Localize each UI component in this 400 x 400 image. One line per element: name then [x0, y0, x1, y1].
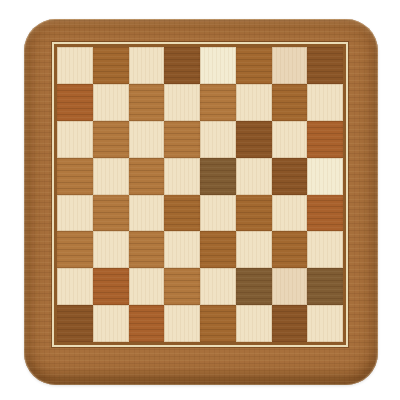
square-h3[interactable] — [307, 231, 343, 268]
square-g8[interactable] — [272, 47, 308, 84]
square-h8[interactable] — [307, 47, 343, 84]
square-g2[interactable] — [272, 268, 308, 305]
square-h7[interactable] — [307, 84, 343, 121]
square-e7[interactable] — [200, 84, 236, 121]
square-c6[interactable] — [129, 121, 165, 158]
square-c1[interactable] — [129, 305, 165, 342]
square-h5[interactable] — [307, 158, 343, 195]
board-squares-grid — [57, 47, 343, 342]
square-a8[interactable] — [57, 47, 93, 84]
square-a1[interactable] — [57, 305, 93, 342]
square-c7[interactable] — [129, 84, 165, 121]
square-g5[interactable] — [272, 158, 308, 195]
square-g1[interactable] — [272, 305, 308, 342]
square-c3[interactable] — [129, 231, 165, 268]
page-background — [0, 0, 400, 400]
square-d5[interactable] — [164, 158, 200, 195]
square-d7[interactable] — [164, 84, 200, 121]
square-g7[interactable] — [272, 84, 308, 121]
square-b2[interactable] — [93, 268, 129, 305]
square-c5[interactable] — [129, 158, 165, 195]
square-b4[interactable] — [93, 195, 129, 232]
square-h4[interactable] — [307, 195, 343, 232]
square-b5[interactable] — [93, 158, 129, 195]
square-e1[interactable] — [200, 305, 236, 342]
square-f8[interactable] — [236, 47, 272, 84]
square-d8[interactable] — [164, 47, 200, 84]
square-g4[interactable] — [272, 195, 308, 232]
square-d6[interactable] — [164, 121, 200, 158]
square-b3[interactable] — [93, 231, 129, 268]
square-e3[interactable] — [200, 231, 236, 268]
square-c8[interactable] — [129, 47, 165, 84]
square-a7[interactable] — [57, 84, 93, 121]
square-d3[interactable] — [164, 231, 200, 268]
square-e5[interactable] — [200, 158, 236, 195]
square-f4[interactable] — [236, 195, 272, 232]
square-g6[interactable] — [272, 121, 308, 158]
square-e4[interactable] — [200, 195, 236, 232]
square-b1[interactable] — [93, 305, 129, 342]
square-b7[interactable] — [93, 84, 129, 121]
square-b8[interactable] — [93, 47, 129, 84]
square-c4[interactable] — [129, 195, 165, 232]
square-a3[interactable] — [57, 231, 93, 268]
chess-board — [24, 19, 378, 385]
square-e6[interactable] — [200, 121, 236, 158]
square-f6[interactable] — [236, 121, 272, 158]
square-e8[interactable] — [200, 47, 236, 84]
square-g3[interactable] — [272, 231, 308, 268]
square-f1[interactable] — [236, 305, 272, 342]
square-f7[interactable] — [236, 84, 272, 121]
square-f3[interactable] — [236, 231, 272, 268]
square-h6[interactable] — [307, 121, 343, 158]
square-h1[interactable] — [307, 305, 343, 342]
square-d2[interactable] — [164, 268, 200, 305]
square-d1[interactable] — [164, 305, 200, 342]
square-a4[interactable] — [57, 195, 93, 232]
square-e2[interactable] — [200, 268, 236, 305]
square-f5[interactable] — [236, 158, 272, 195]
square-h2[interactable] — [307, 268, 343, 305]
square-d4[interactable] — [164, 195, 200, 232]
board-inlay-frame — [52, 42, 348, 347]
square-c2[interactable] — [129, 268, 165, 305]
square-a2[interactable] — [57, 268, 93, 305]
square-b6[interactable] — [93, 121, 129, 158]
square-a6[interactable] — [57, 121, 93, 158]
square-a5[interactable] — [57, 158, 93, 195]
square-f2[interactable] — [236, 268, 272, 305]
